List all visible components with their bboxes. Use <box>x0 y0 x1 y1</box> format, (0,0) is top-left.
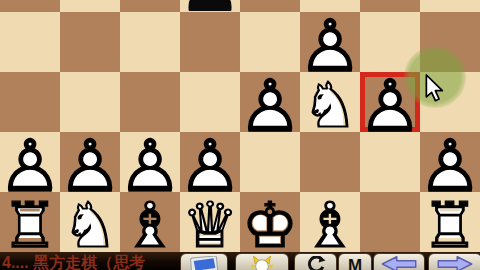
square-c1[interactable] <box>120 192 180 252</box>
square-f2[interactable] <box>300 132 360 192</box>
square-b1[interactable] <box>60 192 120 252</box>
square-a1[interactable] <box>0 192 60 252</box>
refresh-button[interactable] <box>294 253 337 270</box>
square-c5[interactable] <box>120 0 180 12</box>
square-b5[interactable] <box>60 0 120 12</box>
square-d3[interactable] <box>180 72 240 132</box>
square-d4[interactable] <box>180 12 240 72</box>
square-e3[interactable] <box>240 72 300 132</box>
square-h2[interactable] <box>420 132 480 192</box>
square-f4[interactable] <box>300 12 360 72</box>
app-window: ♟♟♙♟♙♞♘♟♙♟♙♟♙♟♙♟♙♟♙♜♖♞♘♝♗♛♕♚♔♝♗♜♖ 4.... … <box>0 0 480 270</box>
square-a5[interactable] <box>0 0 60 12</box>
square-g1[interactable] <box>360 192 420 252</box>
status-toolbar: 4.... 黑方走棋（思考 <box>0 252 480 270</box>
square-d1[interactable] <box>180 192 240 252</box>
square-b2[interactable] <box>60 132 120 192</box>
square-f5[interactable] <box>300 0 360 12</box>
monitor-button[interactable] <box>180 253 228 270</box>
square-a2[interactable] <box>0 132 60 192</box>
m-button-label: M <box>348 257 362 270</box>
board[interactable]: ♟♟♙♟♙♞♘♟♙♟♙♟♙♟♙♟♙♟♙♜♖♞♘♝♗♛♕♚♔♝♗♜♖ <box>0 0 480 252</box>
arrow-right-icon <box>435 256 475 270</box>
forward-button[interactable] <box>428 253 480 270</box>
square-d2[interactable] <box>180 132 240 192</box>
square-b4[interactable] <box>60 12 120 72</box>
square-a4[interactable] <box>0 12 60 72</box>
square-g2[interactable] <box>360 132 420 192</box>
square-f1[interactable] <box>300 192 360 252</box>
square-g5[interactable] <box>360 0 420 12</box>
square-a3[interactable] <box>0 72 60 132</box>
mouse-cursor <box>425 74 445 104</box>
square-e4[interactable] <box>240 12 300 72</box>
arrow-left-icon <box>379 256 419 270</box>
refresh-icon <box>306 256 326 270</box>
status-text: 4.... 黑方走棋（思考 <box>2 253 174 270</box>
square-b3[interactable] <box>60 72 120 132</box>
square-e1[interactable] <box>240 192 300 252</box>
hint-button[interactable] <box>235 253 289 270</box>
square-h5[interactable] <box>420 0 480 12</box>
monitor-icon <box>188 256 220 270</box>
sun-icon <box>250 256 274 270</box>
square-h1[interactable] <box>420 192 480 252</box>
square-e2[interactable] <box>240 132 300 192</box>
square-c3[interactable] <box>120 72 180 132</box>
square-c2[interactable] <box>120 132 180 192</box>
square-d5[interactable] <box>180 0 240 12</box>
square-e5[interactable] <box>240 0 300 12</box>
back-button[interactable] <box>373 253 425 270</box>
square-c4[interactable] <box>120 12 180 72</box>
square-f3[interactable] <box>300 72 360 132</box>
m-button[interactable]: M <box>338 253 372 270</box>
